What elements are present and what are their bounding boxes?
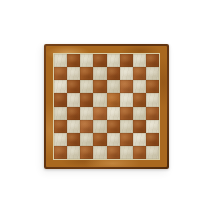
square-c6[interactable] <box>80 80 93 93</box>
square-d2[interactable] <box>93 133 106 146</box>
square-e7[interactable] <box>107 67 120 80</box>
square-e6[interactable] <box>107 80 120 93</box>
square-a8[interactable] <box>54 54 67 67</box>
square-a4[interactable] <box>54 107 67 120</box>
square-e8[interactable] <box>107 54 120 67</box>
square-a2[interactable] <box>54 133 67 146</box>
square-b3[interactable] <box>67 120 80 133</box>
square-e3[interactable] <box>107 120 120 133</box>
square-f7[interactable] <box>120 67 133 80</box>
board-grid <box>54 54 159 159</box>
square-g4[interactable] <box>133 107 146 120</box>
square-h7[interactable] <box>146 67 159 80</box>
square-a1[interactable] <box>54 146 67 159</box>
square-g6[interactable] <box>133 80 146 93</box>
square-e4[interactable] <box>107 107 120 120</box>
square-d4[interactable] <box>93 107 106 120</box>
square-h5[interactable] <box>146 93 159 106</box>
square-c2[interactable] <box>80 133 93 146</box>
square-f2[interactable] <box>120 133 133 146</box>
square-a7[interactable] <box>54 67 67 80</box>
board-inlay-line <box>53 53 160 160</box>
square-f5[interactable] <box>120 93 133 106</box>
square-c1[interactable] <box>80 146 93 159</box>
square-b6[interactable] <box>67 80 80 93</box>
square-h8[interactable] <box>146 54 159 67</box>
square-f1[interactable] <box>120 146 133 159</box>
square-f8[interactable] <box>120 54 133 67</box>
square-d7[interactable] <box>93 67 106 80</box>
square-f6[interactable] <box>120 80 133 93</box>
square-h4[interactable] <box>146 107 159 120</box>
square-h3[interactable] <box>146 120 159 133</box>
square-g1[interactable] <box>133 146 146 159</box>
square-h1[interactable] <box>146 146 159 159</box>
square-h6[interactable] <box>146 80 159 93</box>
square-b8[interactable] <box>67 54 80 67</box>
square-d8[interactable] <box>93 54 106 67</box>
square-d3[interactable] <box>93 120 106 133</box>
square-e2[interactable] <box>107 133 120 146</box>
square-b1[interactable] <box>67 146 80 159</box>
square-g8[interactable] <box>133 54 146 67</box>
square-d6[interactable] <box>93 80 106 93</box>
square-d1[interactable] <box>93 146 106 159</box>
square-g7[interactable] <box>133 67 146 80</box>
square-b5[interactable] <box>67 93 80 106</box>
board-frame <box>46 46 167 167</box>
square-e1[interactable] <box>107 146 120 159</box>
square-g2[interactable] <box>133 133 146 146</box>
square-a3[interactable] <box>54 120 67 133</box>
square-e5[interactable] <box>107 93 120 106</box>
square-h2[interactable] <box>146 133 159 146</box>
square-c5[interactable] <box>80 93 93 106</box>
square-b2[interactable] <box>67 133 80 146</box>
square-a6[interactable] <box>54 80 67 93</box>
square-f4[interactable] <box>120 107 133 120</box>
square-c4[interactable] <box>80 107 93 120</box>
square-c8[interactable] <box>80 54 93 67</box>
square-g5[interactable] <box>133 93 146 106</box>
square-a5[interactable] <box>54 93 67 106</box>
square-c7[interactable] <box>80 67 93 80</box>
square-f3[interactable] <box>120 120 133 133</box>
square-d5[interactable] <box>93 93 106 106</box>
product-photo <box>0 0 220 220</box>
square-b4[interactable] <box>67 107 80 120</box>
chess-board <box>44 44 169 169</box>
square-b7[interactable] <box>67 67 80 80</box>
square-c3[interactable] <box>80 120 93 133</box>
square-g3[interactable] <box>133 120 146 133</box>
